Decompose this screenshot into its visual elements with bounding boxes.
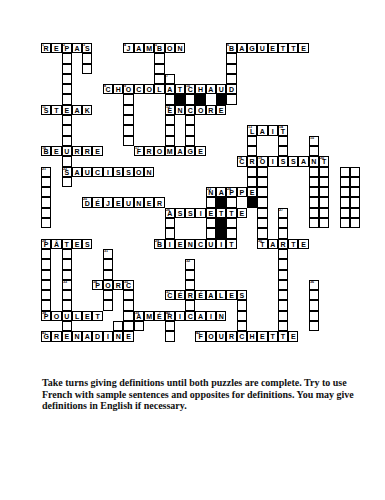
empty-answer-cell[interactable] (185, 94, 195, 104)
empty-answer-cell[interactable] (41, 197, 51, 207)
grid-gap (298, 208, 308, 218)
empty-answer-cell[interactable] (350, 197, 360, 207)
empty-answer-cell[interactable] (62, 136, 72, 146)
grid-gap (350, 300, 360, 310)
empty-answer-cell[interactable] (226, 53, 236, 63)
grid-gap (103, 177, 113, 187)
empty-answer-cell[interactable] (134, 321, 144, 331)
empty-answer-cell[interactable] (62, 300, 72, 310)
grid-gap (51, 125, 61, 135)
empty-answer-cell[interactable] (226, 94, 236, 104)
letter-cell: E (216, 105, 226, 115)
empty-answer-cell[interactable] (206, 218, 216, 228)
empty-answer-cell[interactable] (103, 270, 113, 280)
clue-number: 21 (42, 167, 46, 171)
empty-answer-cell[interactable] (113, 321, 123, 331)
grid-gap (51, 94, 61, 104)
grid-gap (72, 300, 82, 310)
empty-answer-cell[interactable] (309, 146, 319, 156)
grid-gap (237, 167, 247, 177)
grid-gap (340, 84, 350, 94)
grid-gap (216, 136, 226, 146)
empty-answer-cell[interactable] (350, 177, 360, 187)
empty-answer-cell[interactable] (309, 197, 319, 207)
letter-cell: A (72, 105, 82, 115)
grid-gap (319, 239, 329, 249)
letter-glyph: S (124, 169, 132, 176)
empty-answer-cell[interactable] (319, 208, 329, 218)
grid-gap (165, 259, 175, 269)
grid-gap (329, 259, 339, 269)
grid-gap (134, 249, 144, 259)
empty-answer-cell[interactable] (226, 218, 236, 228)
empty-answer-cell[interactable] (226, 197, 236, 207)
empty-answer-cell[interactable] (165, 125, 175, 135)
letter-cell: T (92, 311, 102, 321)
empty-answer-cell[interactable] (62, 259, 72, 269)
letter-glyph: I (104, 333, 112, 340)
empty-answer-cell[interactable] (103, 290, 113, 300)
grid-gap (51, 300, 61, 310)
letter-glyph: E (217, 107, 225, 114)
letter-cell: E (51, 43, 61, 53)
grid-gap (319, 259, 329, 269)
grid-gap (123, 146, 133, 156)
letter-cell: C10 (185, 84, 195, 94)
letter-glyph: R (279, 241, 287, 248)
empty-answer-cell[interactable] (62, 94, 72, 104)
grid-gap (103, 239, 113, 249)
empty-answer-cell[interactable] (123, 136, 133, 146)
letter-cell: R (206, 105, 216, 115)
empty-answer-cell[interactable] (278, 321, 288, 331)
grid-gap (288, 197, 298, 207)
grid-gap (340, 259, 350, 269)
grid-gap (278, 187, 288, 197)
empty-answer-cell[interactable] (206, 228, 216, 238)
grid-gap (268, 218, 278, 228)
grid-gap (309, 43, 319, 53)
grid-gap (175, 64, 185, 74)
grid-gap (144, 136, 154, 146)
letter-cell: C8 (103, 84, 113, 94)
empty-answer-cell[interactable] (62, 125, 72, 135)
clue-number: 37 (166, 290, 170, 294)
empty-answer-cell[interactable] (123, 115, 133, 125)
empty-answer-cell[interactable] (257, 177, 267, 187)
letter-glyph: E (145, 199, 153, 206)
grid-gap (113, 136, 123, 146)
letter-cell: R (247, 156, 257, 166)
grid-gap (113, 115, 123, 125)
grid-gap (51, 167, 61, 177)
grid-gap (103, 321, 113, 331)
letter-cell: A (268, 239, 278, 249)
empty-answer-cell[interactable] (41, 300, 51, 310)
grid-gap (298, 94, 308, 104)
grid-gap (92, 53, 102, 63)
black-cell (247, 197, 257, 207)
letter-glyph: E (83, 313, 91, 320)
empty-answer-cell[interactable] (340, 208, 350, 218)
letter-cell: T (278, 43, 288, 53)
empty-answer-cell[interactable]: 36 (309, 280, 319, 290)
grid-gap (268, 177, 278, 187)
empty-answer-cell[interactable] (340, 197, 350, 207)
empty-answer-cell[interactable] (257, 197, 267, 207)
empty-answer-cell[interactable] (123, 311, 133, 321)
grid-gap (298, 84, 308, 94)
grid-gap (350, 321, 360, 331)
empty-answer-cell[interactable] (350, 208, 360, 218)
grid-gap (268, 105, 278, 115)
empty-answer-cell[interactable] (309, 187, 319, 197)
letter-glyph: I (269, 158, 277, 165)
grid-gap (216, 177, 226, 187)
empty-answer-cell[interactable] (154, 74, 164, 84)
grid-gap (268, 249, 278, 259)
empty-answer-cell[interactable] (62, 321, 72, 331)
empty-answer-cell[interactable] (165, 136, 175, 146)
letter-cell: S (185, 208, 195, 218)
empty-answer-cell[interactable] (309, 167, 319, 177)
grid-gap (226, 136, 236, 146)
letter-cell: B16 (41, 146, 51, 156)
empty-answer-cell[interactable] (185, 136, 195, 146)
letter-cell: G41 (41, 331, 51, 341)
grid-gap (319, 125, 329, 135)
letter-cell: S (113, 167, 123, 177)
empty-answer-cell[interactable] (41, 280, 51, 290)
letter-glyph: H (196, 86, 204, 93)
letter-cell: N (216, 311, 226, 321)
empty-answer-cell[interactable] (350, 167, 360, 177)
empty-answer-cell[interactable] (62, 249, 72, 259)
grid-gap (340, 228, 350, 238)
empty-answer-cell[interactable] (185, 125, 195, 135)
letter-glyph: R (73, 148, 81, 155)
empty-answer-cell[interactable] (340, 187, 350, 197)
empty-answer-cell[interactable] (247, 146, 257, 156)
grid-gap (340, 270, 350, 280)
empty-answer-cell[interactable] (165, 321, 175, 331)
letter-cell: P34 (92, 280, 102, 290)
letter-cell: R (185, 290, 195, 300)
grid-gap (195, 115, 205, 125)
letter-glyph: T (279, 333, 287, 340)
empty-answer-cell[interactable] (165, 228, 175, 238)
letter-cell: E (226, 290, 236, 300)
grid-gap (340, 239, 350, 249)
empty-answer-cell[interactable] (82, 53, 92, 63)
empty-answer-cell[interactable] (123, 125, 133, 135)
empty-answer-cell[interactable] (340, 167, 350, 177)
letter-glyph: A (258, 127, 266, 134)
letter-cell: E (82, 311, 92, 321)
letter-glyph: E (52, 148, 60, 155)
grid-gap (329, 187, 339, 197)
grid-gap (206, 115, 216, 125)
empty-answer-cell[interactable]: 15 (309, 136, 319, 146)
empty-answer-cell[interactable] (123, 94, 133, 104)
clue-number: 2 (63, 43, 65, 47)
empty-answer-cell[interactable] (185, 115, 195, 125)
letter-glyph: C (186, 313, 194, 320)
empty-answer-cell[interactable] (237, 300, 247, 310)
letter-cell: C35 (123, 280, 133, 290)
empty-answer-cell[interactable] (309, 177, 319, 187)
grid-gap (288, 208, 298, 218)
empty-answer-cell[interactable] (309, 208, 319, 218)
empty-answer-cell[interactable] (278, 280, 288, 290)
empty-answer-cell[interactable] (206, 197, 216, 207)
clue-number: 31 (104, 249, 108, 253)
grid-gap (257, 249, 267, 259)
empty-answer-cell[interactable] (257, 228, 267, 238)
empty-answer-cell[interactable] (309, 321, 319, 331)
clue-number: 30 (258, 239, 262, 243)
grid-gap (103, 218, 113, 228)
letter-cell: É (154, 311, 164, 321)
empty-answer-cell[interactable] (123, 300, 133, 310)
grid-gap (82, 218, 92, 228)
empty-answer-cell[interactable] (154, 53, 164, 63)
grid-gap (72, 136, 82, 146)
empty-answer-cell[interactable] (247, 136, 257, 146)
grid-gap (298, 331, 308, 341)
empty-answer-cell[interactable] (123, 290, 133, 300)
letter-cell: O (195, 105, 205, 115)
grid-gap (72, 84, 82, 94)
grid-gap (72, 64, 82, 74)
grid-gap (113, 228, 123, 238)
empty-answer-cell[interactable] (278, 290, 288, 300)
empty-answer-cell[interactable]: 32 (185, 259, 195, 269)
empty-answer-cell[interactable] (41, 177, 51, 187)
empty-answer-cell[interactable] (350, 218, 360, 228)
letter-cell: E (206, 208, 216, 218)
empty-answer-cell[interactable] (103, 300, 113, 310)
clue-number: 26 (166, 208, 170, 212)
empty-answer-cell[interactable] (309, 311, 319, 321)
empty-answer-cell[interactable] (62, 53, 72, 63)
empty-answer-cell[interactable] (278, 228, 288, 238)
letter-glyph: S (238, 292, 246, 299)
letter-glyph: R (227, 333, 235, 340)
letter-glyph: E (52, 45, 60, 52)
letter-glyph: D (93, 333, 101, 340)
grid-gap (195, 64, 205, 74)
grid-gap (278, 197, 288, 207)
empty-answer-cell[interactable] (319, 177, 329, 187)
empty-answer-cell[interactable] (257, 208, 267, 218)
empty-answer-cell[interactable] (237, 311, 247, 321)
letter-glyph: M (145, 45, 153, 52)
empty-answer-cell[interactable] (278, 259, 288, 269)
empty-answer-cell[interactable] (185, 270, 195, 280)
letter-glyph: S (289, 158, 297, 165)
grid-gap (309, 249, 319, 259)
letter-glyph: J (104, 199, 112, 206)
empty-answer-cell[interactable] (278, 146, 288, 156)
letter-glyph: C (238, 333, 246, 340)
empty-answer-cell[interactable] (278, 300, 288, 310)
letter-cell: I (268, 125, 278, 135)
empty-answer-cell[interactable] (350, 187, 360, 197)
grid-gap (329, 177, 339, 187)
grid-gap (154, 300, 164, 310)
letter-cell: H (247, 331, 257, 341)
grid-gap (329, 270, 339, 280)
empty-answer-cell[interactable] (278, 311, 288, 321)
letter-glyph: S (279, 158, 287, 165)
letter-cell: R (72, 146, 82, 156)
grid-gap (206, 136, 216, 146)
grid-gap (268, 115, 278, 125)
empty-answer-cell[interactable] (185, 300, 195, 310)
empty-answer-cell[interactable] (62, 290, 72, 300)
empty-answer-cell[interactable] (257, 218, 267, 228)
empty-answer-cell[interactable] (278, 136, 288, 146)
grid-gap (185, 187, 195, 197)
grid-gap (340, 43, 350, 53)
empty-answer-cell[interactable] (41, 259, 51, 269)
clue-number: 34 (93, 280, 97, 284)
grid-gap (92, 228, 102, 238)
grid-gap (82, 177, 92, 187)
grid-gap (175, 197, 185, 207)
empty-answer-cell[interactable] (309, 290, 319, 300)
empty-answer-cell[interactable]: 21 (41, 167, 51, 177)
grid-gap (195, 136, 205, 146)
empty-answer-cell[interactable] (319, 218, 329, 228)
empty-answer-cell[interactable] (185, 280, 195, 290)
empty-answer-cell[interactable] (82, 64, 92, 74)
clue-number: 36 (310, 280, 314, 284)
grid-gap (185, 53, 195, 63)
grid-gap (144, 115, 154, 125)
empty-answer-cell[interactable]: 27 (278, 208, 288, 218)
empty-answer-cell[interactable] (237, 321, 247, 331)
empty-answer-cell[interactable] (247, 177, 257, 187)
empty-answer-cell[interactable] (41, 290, 51, 300)
grid-gap (340, 321, 350, 331)
grid-gap (92, 208, 102, 218)
grid-gap (144, 125, 154, 135)
empty-answer-cell[interactable] (41, 187, 51, 197)
empty-answer-cell[interactable] (62, 115, 72, 125)
letter-cell: E (144, 197, 154, 207)
grid-gap (216, 321, 226, 331)
empty-answer-cell[interactable]: 7 (165, 74, 175, 84)
grid-gap (226, 125, 236, 135)
empty-answer-cell[interactable] (165, 94, 175, 104)
empty-answer-cell[interactable] (257, 187, 267, 197)
letter-cell: B29 (154, 239, 164, 249)
empty-answer-cell[interactable] (165, 218, 175, 228)
empty-answer-cell[interactable] (309, 218, 319, 228)
letter-glyph: U (207, 241, 215, 248)
letter-cell: A (237, 43, 247, 53)
empty-answer-cell[interactable] (41, 218, 51, 228)
grid-gap (298, 53, 308, 63)
grid-gap (51, 280, 61, 290)
empty-answer-cell[interactable] (123, 321, 133, 331)
empty-answer-cell[interactable] (41, 208, 51, 218)
empty-answer-cell[interactable] (103, 259, 113, 269)
letter-cell: Â (51, 239, 61, 249)
empty-answer-cell[interactable] (62, 156, 72, 166)
letter-cell: A (175, 146, 185, 156)
grid-gap (237, 218, 247, 228)
grid-gap (350, 74, 360, 84)
empty-answer-cell[interactable]: 33 (62, 280, 72, 290)
grid-gap (82, 84, 92, 94)
empty-answer-cell[interactable] (319, 197, 329, 207)
letter-glyph: I (196, 210, 204, 217)
empty-answer-cell[interactable] (123, 105, 133, 115)
grid-gap (247, 94, 257, 104)
clue-number: 3 (83, 43, 85, 47)
empty-answer-cell[interactable] (41, 270, 51, 280)
empty-answer-cell[interactable] (41, 249, 51, 259)
empty-answer-cell[interactable] (226, 74, 236, 84)
empty-answer-cell[interactable] (62, 64, 72, 74)
grid-gap (268, 64, 278, 74)
empty-answer-cell[interactable] (62, 177, 72, 187)
empty-answer-cell[interactable] (247, 167, 257, 177)
empty-answer-cell[interactable] (340, 177, 350, 187)
empty-answer-cell[interactable] (257, 167, 267, 177)
grid-gap (206, 280, 216, 290)
grid-gap (123, 228, 133, 238)
crossword-grid: R1EP2AS3J4AMB5ONB6AGUETTE7C8HO9COLATC10H… (41, 43, 360, 342)
empty-answer-cell[interactable] (309, 300, 319, 310)
grid-gap (154, 228, 164, 238)
grid-gap (144, 94, 154, 104)
grid-gap (72, 187, 82, 197)
letter-glyph: N (310, 158, 318, 165)
empty-answer-cell[interactable] (62, 84, 72, 94)
empty-answer-cell[interactable] (340, 218, 350, 228)
grid-gap (72, 321, 82, 331)
empty-answer-cell[interactable] (319, 187, 329, 197)
grid-gap (340, 331, 350, 341)
grid-gap (144, 239, 154, 249)
letter-cell: A (82, 331, 92, 341)
grid-gap (154, 125, 164, 135)
empty-answer-cell[interactable] (278, 270, 288, 280)
empty-answer-cell[interactable] (226, 228, 236, 238)
empty-answer-cell[interactable] (278, 218, 288, 228)
empty-answer-cell[interactable] (154, 64, 164, 74)
empty-answer-cell[interactable] (62, 74, 72, 84)
empty-answer-cell[interactable]: 31 (103, 249, 113, 259)
empty-answer-cell[interactable] (165, 331, 175, 341)
empty-answer-cell[interactable] (226, 64, 236, 74)
grid-gap (72, 218, 82, 228)
empty-answer-cell[interactable] (278, 249, 288, 259)
grid-gap (185, 64, 195, 74)
grid-gap (144, 105, 154, 115)
empty-answer-cell[interactable] (62, 270, 72, 280)
empty-answer-cell[interactable] (165, 115, 175, 125)
empty-answer-cell[interactable] (319, 167, 329, 177)
grid-gap (123, 218, 133, 228)
grid-gap (216, 300, 226, 310)
grid-gap (247, 321, 257, 331)
grid-gap (154, 290, 164, 300)
